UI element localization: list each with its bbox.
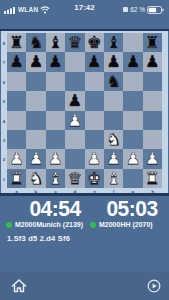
piece-black-bishop[interactable]: ♝ — [106, 33, 121, 52]
square-c3[interactable] — [46, 130, 65, 149]
play-circle-icon[interactable] — [147, 279, 161, 293]
square-c1[interactable]: ♝ — [46, 169, 65, 188]
square-c7[interactable]: ♟ — [46, 52, 65, 71]
square-g5[interactable] — [123, 91, 142, 110]
square-b4[interactable] — [26, 111, 45, 130]
square-f7[interactable]: ♟ — [104, 52, 123, 71]
piece-white-knight[interactable]: ♞ — [106, 130, 121, 149]
rank-label-7: 7 — [1, 54, 6, 70]
square-g1[interactable] — [123, 169, 142, 188]
square-d5[interactable]: ♟ — [65, 91, 84, 110]
square-f5[interactable] — [104, 91, 123, 110]
battery-icon — [147, 6, 164, 14]
square-a7[interactable]: ♟ — [7, 52, 26, 71]
square-a6[interactable] — [7, 72, 26, 91]
square-b2[interactable]: ♟ — [26, 149, 45, 168]
square-c4[interactable] — [46, 111, 65, 130]
square-e4[interactable] — [85, 111, 104, 130]
square-h3[interactable] — [143, 130, 162, 149]
rank-label-3: 3 — [1, 131, 6, 147]
square-b7[interactable]: ♟ — [26, 52, 45, 71]
rank-label-4: 4 — [1, 112, 6, 128]
piece-black-pawn[interactable]: ♟ — [106, 52, 121, 71]
square-g3[interactable] — [123, 130, 142, 149]
square-d8[interactable]: ♛ — [65, 33, 84, 52]
piece-white-bishop[interactable]: ♝ — [106, 169, 121, 188]
rank-label-6: 6 — [1, 73, 6, 89]
piece-black-knight[interactable]: ♞ — [29, 33, 44, 52]
square-b5[interactable] — [26, 91, 45, 110]
piece-white-bishop[interactable]: ♝ — [48, 169, 63, 188]
square-a4[interactable] — [7, 111, 26, 130]
square-h8[interactable]: ♜ — [143, 33, 162, 52]
move-list[interactable]: 1.Sf3 d5 2.d4 Sf6 — [7, 234, 70, 243]
square-a5[interactable] — [7, 91, 26, 110]
square-h2[interactable]: ♟ — [143, 149, 162, 168]
rank-label-1: 1 — [1, 170, 6, 186]
chess-board: 8♜♞♝♛♚♝♜7♟♟♟♟♟♟♟6♞5♟4♟3♞2♟♟♟♟♟♟♟1♜♞♝♛♚♝♜… — [1, 31, 168, 193]
square-f2[interactable]: ♟ — [104, 149, 123, 168]
piece-black-pawn[interactable]: ♟ — [29, 52, 44, 71]
square-f4[interactable] — [104, 111, 123, 130]
square-d1[interactable]: ♛ — [65, 169, 84, 188]
player-name: M2000HH (2070) — [99, 221, 153, 228]
piece-black-pawn[interactable]: ♟ — [9, 52, 24, 71]
square-d4[interactable]: ♟ — [65, 111, 84, 130]
square-e3[interactable] — [85, 130, 104, 149]
square-h6[interactable] — [143, 72, 162, 91]
piece-black-queen[interactable]: ♛ — [67, 33, 82, 52]
piece-white-king[interactable]: ♚ — [87, 169, 102, 188]
piece-white-pawn[interactable]: ♟ — [29, 149, 44, 168]
square-c5[interactable] — [46, 91, 65, 110]
piece-white-rook[interactable]: ♜ — [145, 169, 160, 188]
square-f3[interactable]: ♞ — [104, 130, 123, 149]
piece-white-knight[interactable]: ♞ — [29, 169, 44, 188]
square-g4[interactable] — [123, 111, 142, 130]
carrier-label: WLAN — [18, 6, 38, 13]
piece-white-rook[interactable]: ♜ — [9, 169, 24, 188]
square-f6[interactable]: ♞ — [104, 72, 123, 91]
piece-white-pawn[interactable]: ♟ — [106, 149, 121, 168]
piece-white-pawn[interactable]: ♟ — [87, 149, 102, 168]
piece-white-pawn[interactable]: ♟ — [145, 149, 160, 168]
square-e8[interactable]: ♚ — [85, 33, 104, 52]
square-f8[interactable]: ♝ — [104, 33, 123, 52]
square-a1[interactable]: ♜ — [7, 169, 26, 188]
piece-white-pawn[interactable]: ♟ — [48, 149, 63, 168]
board-grid: 8♜♞♝♛♚♝♜7♟♟♟♟♟♟♟6♞5♟4♟3♞2♟♟♟♟♟♟♟1♜♞♝♛♚♝♜… — [1, 33, 168, 193]
square-h1[interactable]: ♜ — [143, 169, 162, 188]
square-g8[interactable] — [123, 33, 142, 52]
rank-label-8: 8 — [1, 34, 6, 50]
status-right: 62 % — [123, 6, 164, 14]
square-b6[interactable] — [26, 72, 45, 91]
piece-black-rook[interactable]: ♜ — [9, 33, 24, 52]
piece-white-pawn[interactable]: ♟ — [126, 149, 141, 168]
square-e7[interactable]: ♟ — [85, 52, 104, 71]
piece-black-pawn[interactable]: ♟ — [145, 52, 160, 71]
square-a3[interactable] — [7, 130, 26, 149]
status-bar: WLAN 17:42 62 % — [0, 0, 169, 16]
piece-black-pawn[interactable]: ♟ — [87, 52, 102, 71]
piece-black-pawn[interactable]: ♟ — [67, 91, 82, 110]
square-g6[interactable] — [123, 72, 142, 91]
square-h7[interactable]: ♟ — [143, 52, 162, 71]
piece-white-queen[interactable]: ♛ — [67, 169, 82, 188]
piece-black-knight[interactable]: ♞ — [106, 72, 121, 91]
clock-black: 05:03 — [100, 196, 164, 219]
piece-black-king[interactable]: ♚ — [87, 33, 102, 52]
rank-label-5: 5 — [1, 93, 6, 109]
square-c8[interactable]: ♝ — [46, 33, 65, 52]
player-name: M2000Munich (2139) — [15, 221, 83, 228]
piece-white-pawn[interactable]: ♟ — [67, 111, 82, 130]
square-h4[interactable] — [143, 111, 162, 130]
rank-label-2: 2 — [1, 151, 6, 167]
square-a8[interactable]: ♜ — [7, 33, 26, 52]
square-e5[interactable] — [85, 91, 104, 110]
piece-black-bishop[interactable]: ♝ — [48, 33, 63, 52]
square-e2[interactable]: ♟ — [85, 149, 104, 168]
home-icon[interactable] — [11, 278, 27, 294]
square-b8[interactable]: ♞ — [26, 33, 45, 52]
status-square-icon — [123, 7, 128, 12]
square-d7[interactable] — [65, 52, 84, 71]
square-d2[interactable] — [65, 149, 84, 168]
square-e6[interactable] — [85, 72, 104, 91]
bottom-toolbar — [0, 272, 169, 300]
square-b3[interactable] — [26, 130, 45, 149]
wifi-icon — [40, 6, 50, 14]
square-h5[interactable] — [143, 91, 162, 110]
square-g2[interactable]: ♟ — [123, 149, 142, 168]
signal-bars-icon — [4, 6, 16, 14]
square-c2[interactable]: ♟ — [46, 149, 65, 168]
online-status-icon — [90, 222, 96, 228]
square-a2[interactable]: ♟ — [7, 149, 26, 168]
piece-black-pawn[interactable]: ♟ — [126, 52, 141, 71]
player-white[interactable]: M2000Munich (2139) — [6, 221, 83, 228]
square-f1[interactable]: ♝ — [104, 169, 123, 188]
online-status-icon — [6, 222, 12, 228]
clock-white: 04:54 — [0, 196, 110, 219]
piece-black-rook[interactable]: ♜ — [145, 33, 160, 52]
square-b1[interactable]: ♞ — [26, 169, 45, 188]
square-e1[interactable]: ♚ — [85, 169, 104, 188]
piece-white-pawn[interactable]: ♟ — [9, 149, 24, 168]
status-left: WLAN — [4, 6, 50, 14]
square-d6[interactable] — [65, 72, 84, 91]
square-d3[interactable] — [65, 130, 84, 149]
piece-black-pawn[interactable]: ♟ — [48, 52, 63, 71]
player-black[interactable]: M2000HH (2070) — [90, 221, 153, 228]
square-g7[interactable]: ♟ — [123, 52, 142, 71]
battery-percent-label: 62 % — [130, 6, 145, 13]
square-c6[interactable] — [46, 72, 65, 91]
